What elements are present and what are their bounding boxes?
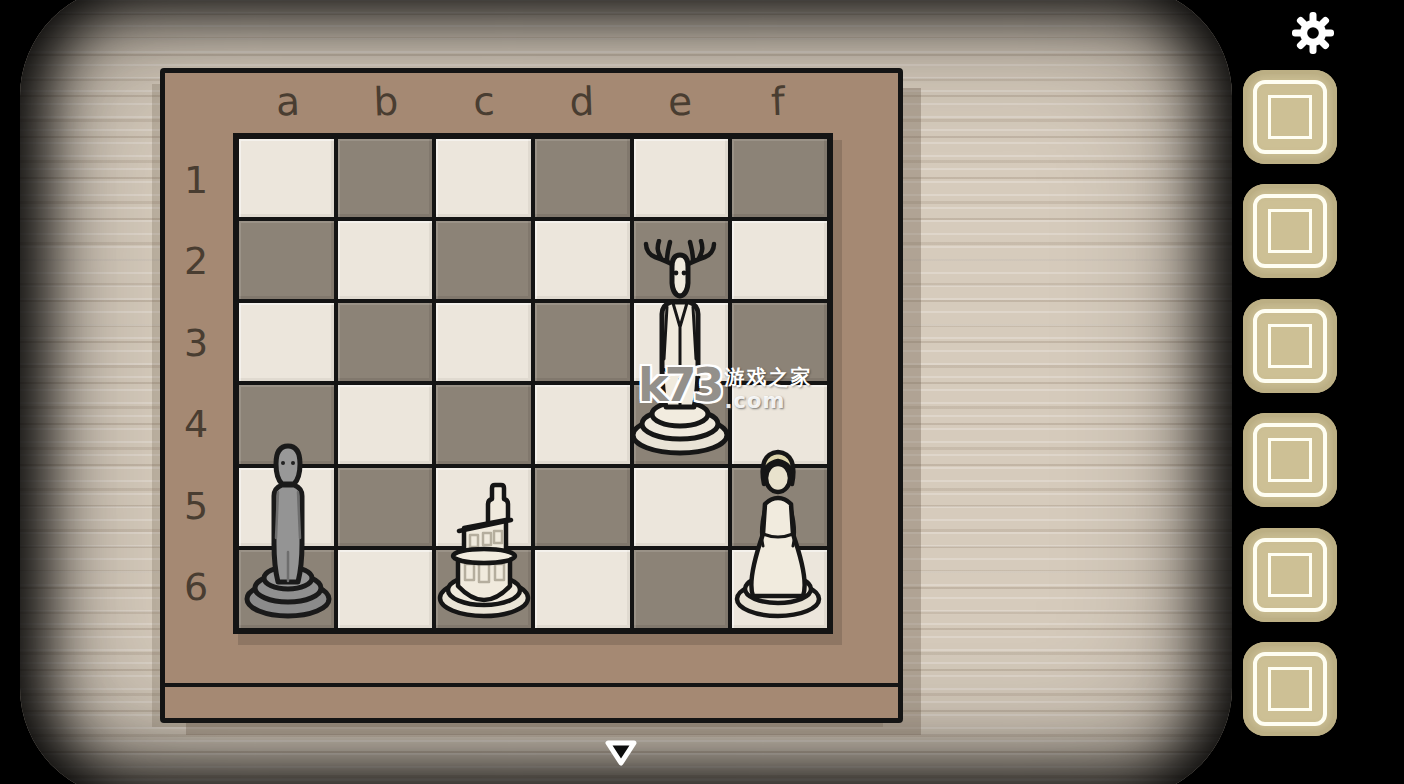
inventory-slot-3[interactable]	[1243, 299, 1337, 393]
square-e6[interactable]	[634, 550, 729, 628]
inventory-sidebar	[1232, 0, 1404, 784]
file-label-b: b	[336, 77, 436, 126]
file-label-e: e	[630, 77, 730, 126]
square-c4[interactable]	[436, 385, 531, 463]
square-e1[interactable]	[634, 139, 729, 217]
square-e5[interactable]	[634, 468, 729, 546]
square-b6[interactable]	[338, 550, 433, 628]
down-arrow-button[interactable]	[602, 738, 640, 768]
frame-ledge	[165, 683, 898, 687]
inventory-slot-6[interactable]	[1243, 642, 1337, 736]
piece-deer-man[interactable]	[615, 239, 745, 457]
rank-label-5: 5	[173, 465, 219, 547]
rank-label-6: 6	[173, 547, 219, 629]
file-label-d: d	[532, 77, 632, 126]
rank-label-3: 3	[173, 302, 219, 384]
inventory-slot-2[interactable]	[1243, 184, 1337, 278]
square-a3[interactable]	[239, 303, 334, 381]
file-label-a: a	[238, 77, 338, 126]
square-b2[interactable]	[338, 221, 433, 299]
file-label-f: f	[728, 77, 828, 126]
piece-gray-man[interactable]	[238, 432, 338, 620]
file-labels: a b c d e f	[239, 79, 827, 125]
inventory-slot-4[interactable]	[1243, 413, 1337, 507]
square-f1[interactable]	[732, 139, 827, 217]
rank-labels: 1 2 3 4 5 6	[173, 139, 219, 628]
square-a1[interactable]	[239, 139, 334, 217]
square-c3[interactable]	[436, 303, 531, 381]
square-d6[interactable]	[535, 550, 630, 628]
room-wall: a b c d e f 1 2 3 4 5 6	[20, 0, 1232, 784]
square-b5[interactable]	[338, 468, 433, 546]
file-label-c: c	[434, 77, 534, 126]
chessboard-frame: a b c d e f 1 2 3 4 5 6	[160, 68, 903, 723]
square-a2[interactable]	[239, 221, 334, 299]
square-d5[interactable]	[535, 468, 630, 546]
settings-gear-icon[interactable]	[1291, 11, 1335, 55]
inventory-slot-5[interactable]	[1243, 528, 1337, 622]
rank-label-4: 4	[173, 384, 219, 466]
square-c1[interactable]	[436, 139, 531, 217]
down-triangle-icon	[608, 743, 634, 763]
game-stage: a b c d e f 1 2 3 4 5 6	[0, 0, 1404, 784]
piece-house[interactable]	[424, 474, 544, 620]
square-d1[interactable]	[535, 139, 630, 217]
inventory-slot-1[interactable]	[1243, 70, 1337, 164]
square-b1[interactable]	[338, 139, 433, 217]
rank-label-2: 2	[173, 221, 219, 303]
rank-label-1: 1	[173, 139, 219, 221]
square-c2[interactable]	[436, 221, 531, 299]
square-b3[interactable]	[338, 303, 433, 381]
square-f2[interactable]	[732, 221, 827, 299]
piece-woman[interactable]	[723, 442, 833, 620]
square-f3[interactable]	[732, 303, 827, 381]
square-b4[interactable]	[338, 385, 433, 463]
